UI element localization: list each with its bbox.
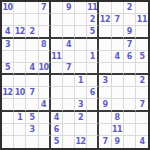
cell-r5c2[interactable]: 4: [26, 63, 38, 75]
cell-r8c4[interactable]: [51, 99, 63, 111]
cell-r1c3[interactable]: [39, 14, 51, 26]
cell-r3c0[interactable]: 3: [2, 39, 14, 51]
cell-r1c7[interactable]: 2: [87, 14, 99, 26]
cell-r2c11[interactable]: [136, 26, 148, 38]
cell-r8c0[interactable]: [2, 99, 14, 111]
cell-r5c1[interactable]: [14, 63, 26, 75]
cell-r7c9[interactable]: [112, 87, 124, 99]
cell-r0c7[interactable]: 11: [87, 2, 99, 14]
cell-r2c0[interactable]: 4: [2, 26, 14, 38]
cell-r9c1[interactable]: 1: [14, 112, 26, 124]
cell-r6c4[interactable]: [51, 75, 63, 87]
cell-r4c6[interactable]: [75, 51, 87, 63]
cell-r1c9[interactable]: 7: [112, 14, 124, 26]
cell-r9c10[interactable]: [124, 112, 136, 124]
cell-r8c3[interactable]: 4: [39, 99, 51, 111]
cell-r7c10[interactable]: [124, 87, 136, 99]
cell-r6c7[interactable]: [87, 75, 99, 87]
cell-r4c9[interactable]: 4: [112, 51, 124, 63]
cell-r2c5[interactable]: [63, 26, 75, 38]
cell-r3c9[interactable]: [112, 39, 124, 51]
cell-r2c3[interactable]: [39, 26, 51, 38]
cell-r6c8[interactable]: 3: [99, 75, 111, 87]
cell-r5c6[interactable]: [75, 63, 87, 75]
cell-r3c5[interactable]: 4: [63, 39, 75, 51]
cell-r7c2[interactable]: 7: [26, 87, 38, 99]
cell-r4c10[interactable]: 6: [124, 51, 136, 63]
cell-r0c6[interactable]: [75, 2, 87, 14]
cell-r5c3[interactable]: 10: [39, 63, 51, 75]
cell-r5c5[interactable]: 7: [63, 63, 75, 75]
cell-r1c0[interactable]: [2, 14, 14, 26]
cell-r6c5[interactable]: [63, 75, 75, 87]
cell-r0c8[interactable]: [99, 2, 111, 14]
cell-r11c8[interactable]: 7: [99, 136, 111, 148]
cell-r7c3[interactable]: [39, 87, 51, 99]
cell-r0c0[interactable]: 10: [2, 2, 14, 14]
cell-r8c1[interactable]: [14, 99, 26, 111]
cell-r11c1[interactable]: [14, 136, 26, 148]
cell-r0c10[interactable]: 2: [124, 2, 136, 14]
cell-r5c11[interactable]: [136, 63, 148, 75]
sudoku-board: 1079112212711412259384711146554107132121…: [0, 0, 150, 150]
cell-r7c8[interactable]: [99, 87, 111, 99]
cell-r11c2[interactable]: [26, 136, 38, 148]
cell-r3c10[interactable]: 7: [124, 39, 136, 51]
cell-r10c10[interactable]: [124, 124, 136, 136]
cell-r10c11[interactable]: [136, 124, 148, 136]
cell-r3c6[interactable]: [75, 39, 87, 51]
cell-r9c8[interactable]: [99, 112, 111, 124]
cell-r8c10[interactable]: [124, 99, 136, 111]
cell-r4c7[interactable]: 1: [87, 51, 99, 63]
cell-r11c0[interactable]: [2, 136, 14, 148]
cell-r5c10[interactable]: [124, 63, 136, 75]
cell-r7c11[interactable]: [136, 87, 148, 99]
cell-r6c10[interactable]: [124, 75, 136, 87]
cell-r1c6[interactable]: [75, 14, 87, 26]
cell-r7c6[interactable]: [75, 87, 87, 99]
cell-r3c7[interactable]: [87, 39, 99, 51]
cell-r7c0[interactable]: 12: [2, 87, 14, 99]
cell-r1c1[interactable]: [14, 14, 26, 26]
cell-r5c0[interactable]: 5: [2, 63, 14, 75]
cell-r4c4[interactable]: 11: [51, 51, 63, 63]
cell-r11c3[interactable]: [39, 136, 51, 148]
sudoku-app: 1079112212711412259384711146554107132121…: [0, 0, 150, 150]
cell-r7c1[interactable]: 10: [14, 87, 26, 99]
cell-r11c5[interactable]: [63, 136, 75, 148]
cell-r2c9[interactable]: [112, 26, 124, 38]
cell-r6c3[interactable]: [39, 75, 51, 87]
cell-r2c8[interactable]: [99, 26, 111, 38]
cell-r2c10[interactable]: 9: [124, 26, 136, 38]
cell-r6c9[interactable]: [112, 75, 124, 87]
cell-r11c6[interactable]: 12: [75, 136, 87, 148]
cell-r5c9[interactable]: [112, 63, 124, 75]
cell-r4c11[interactable]: 5: [136, 51, 148, 63]
cell-r3c1[interactable]: [14, 39, 26, 51]
cell-r3c2[interactable]: [26, 39, 38, 51]
cell-r1c5[interactable]: [63, 14, 75, 26]
cell-r11c7[interactable]: [87, 136, 99, 148]
cell-r0c9[interactable]: [112, 2, 124, 14]
cell-r5c7[interactable]: [87, 63, 99, 75]
cell-r1c11[interactable]: 11: [136, 14, 148, 26]
cell-r9c0[interactable]: [2, 112, 14, 124]
cell-r0c11[interactable]: [136, 2, 148, 14]
cell-r6c1[interactable]: [14, 75, 26, 87]
cell-r10c3[interactable]: [39, 124, 51, 136]
cell-r1c2[interactable]: [26, 14, 38, 26]
cell-r6c2[interactable]: [26, 75, 38, 87]
cell-r8c9[interactable]: [112, 99, 124, 111]
cell-r10c0[interactable]: [2, 124, 14, 136]
cell-r3c11[interactable]: [136, 39, 148, 51]
cell-r0c1[interactable]: [14, 2, 26, 14]
cell-r3c4[interactable]: [51, 39, 63, 51]
cell-r1c10[interactable]: [124, 14, 136, 26]
cell-r8c7[interactable]: [87, 99, 99, 111]
cell-r10c8[interactable]: [99, 124, 111, 136]
cell-r4c0[interactable]: [2, 51, 14, 63]
cell-r4c2[interactable]: [26, 51, 38, 63]
cell-r6c6[interactable]: 1: [75, 75, 87, 87]
cell-r0c3[interactable]: 7: [39, 2, 51, 14]
cell-r10c1[interactable]: [14, 124, 26, 136]
cell-r9c2[interactable]: 5: [26, 112, 38, 124]
cell-r2c2[interactable]: 2: [26, 26, 38, 38]
cell-r11c11[interactable]: 4: [136, 136, 148, 148]
cell-r11c4[interactable]: 5: [51, 136, 63, 148]
cell-r3c3[interactable]: 8: [39, 39, 51, 51]
cell-r2c6[interactable]: [75, 26, 87, 38]
cell-r11c10[interactable]: [124, 136, 136, 148]
cell-r9c3[interactable]: [39, 112, 51, 124]
cell-r6c11[interactable]: 2: [136, 75, 148, 87]
cell-r9c4[interactable]: 4: [51, 112, 63, 124]
cell-r8c6[interactable]: 3: [75, 99, 87, 111]
cell-r9c7[interactable]: [87, 112, 99, 124]
cell-r8c2[interactable]: [26, 99, 38, 111]
cell-r5c4[interactable]: [51, 63, 63, 75]
cell-r9c6[interactable]: 2: [75, 112, 87, 124]
cell-r8c11[interactable]: 7: [136, 99, 148, 111]
cell-r4c1[interactable]: [14, 51, 26, 63]
cell-r8c5[interactable]: [63, 99, 75, 111]
cell-r9c11[interactable]: [136, 112, 148, 124]
cell-r10c5[interactable]: [63, 124, 75, 136]
cell-r9c9[interactable]: 8: [112, 112, 124, 124]
cell-r2c7[interactable]: 5: [87, 26, 99, 38]
cell-r4c3[interactable]: [39, 51, 51, 63]
cell-r10c4[interactable]: 6: [51, 124, 63, 136]
cell-r9c5[interactable]: [63, 112, 75, 124]
cell-r5c8[interactable]: [99, 63, 111, 75]
cell-r2c4[interactable]: [51, 26, 63, 38]
cell-r3c8[interactable]: [99, 39, 111, 51]
cell-r8c8[interactable]: 9: [99, 99, 111, 111]
cell-r10c9[interactable]: 11: [112, 124, 124, 136]
cell-r0c4[interactable]: [51, 2, 63, 14]
cell-r4c5[interactable]: [63, 51, 75, 63]
cell-r7c7[interactable]: 6: [87, 87, 99, 99]
cell-r4c8[interactable]: [99, 51, 111, 63]
cell-r7c4[interactable]: [51, 87, 63, 99]
cell-r2c1[interactable]: 12: [14, 26, 26, 38]
cell-r0c5[interactable]: 9: [63, 2, 75, 14]
cell-r1c8[interactable]: 12: [99, 14, 111, 26]
cell-r11c9[interactable]: 9: [112, 136, 124, 148]
cell-r0c2[interactable]: [26, 2, 38, 14]
cell-r6c0[interactable]: [2, 75, 14, 87]
cell-r10c7[interactable]: [87, 124, 99, 136]
cell-r7c5[interactable]: [63, 87, 75, 99]
cell-r10c6[interactable]: [75, 124, 87, 136]
cell-r1c4[interactable]: [51, 14, 63, 26]
cell-r10c2[interactable]: 3: [26, 124, 38, 136]
